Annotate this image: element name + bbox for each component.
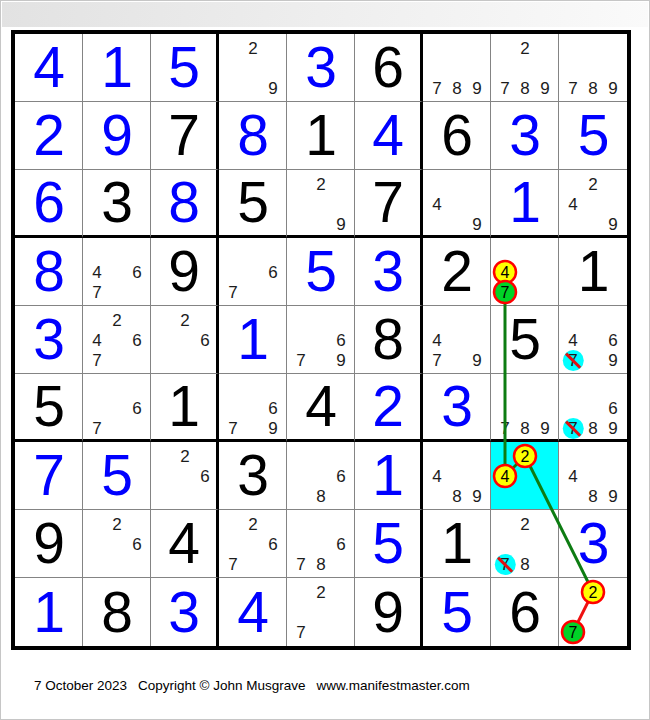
entered-digit: 3 [168,584,199,641]
cell-r7c7[interactable]: 489 [423,442,491,510]
cell-r3c9[interactable]: 249 [559,170,627,238]
cell-r6c9[interactable]: 6789 [559,374,627,442]
cell-r8c1[interactable]: 9 [15,510,83,578]
cell-r3c4[interactable]: 5 [219,170,287,238]
candidate: 9 [472,80,481,97]
candidate: 7 [92,420,101,437]
entered-digit: 3 [372,243,403,300]
footer: 7 October 2023 Copyright © John Musgrave… [34,678,470,693]
given-digit: 5 [509,311,540,368]
cell-r1c8[interactable]: 2789 [491,34,559,102]
footer-copyright: Copyright © John Musgrave [138,678,306,693]
candidate: 2 [520,516,529,533]
cell-r8c2[interactable]: 26 [83,510,151,578]
candidate: 8 [452,488,461,505]
cell-r4c9[interactable]: 1 [559,238,627,306]
candidate: 2 [112,516,121,533]
candidate: 6 [200,332,209,349]
cell-r8c7[interactable]: 1 [423,510,491,578]
cell-r8c6[interactable]: 5 [355,510,423,578]
cell-r4c7[interactable]: 2 [423,238,491,306]
cell-r2c2[interactable]: 9 [83,102,151,170]
candidate: 2 [316,176,325,193]
candidate: 6 [200,468,209,485]
entered-digit: 8 [33,243,64,300]
candidate: 8 [520,420,529,437]
candidate: 2 [316,584,325,601]
entered-digit: 2 [372,378,403,435]
candidate: 4 [568,332,577,349]
cell-r7c9[interactable]: 489 [559,442,627,510]
cell-r2c3[interactable]: 7 [151,102,219,170]
cell-r9c9[interactable] [559,578,627,646]
entered-digit: 3 [441,378,472,435]
cell-r2c1[interactable]: 2 [15,102,83,170]
cell-r4c4[interactable]: 67 [219,238,287,306]
cell-r9c4[interactable]: 4 [219,578,287,646]
entered-digit: 4 [372,107,403,164]
cell-r6c5[interactable]: 4 [287,374,355,442]
cell-r4c6[interactable]: 3 [355,238,423,306]
cell-r1c7[interactable]: 789 [423,34,491,102]
candidate: 4 [432,196,441,213]
given-digit: 3 [101,174,132,231]
entered-digit: 5 [578,107,609,164]
candidate: 6 [608,332,617,349]
entered-digit: 3 [509,107,540,164]
candidate: 2 [112,312,121,329]
given-digit: 9 [372,584,403,641]
entered-digit: 4 [33,39,64,96]
cell-r8c3[interactable]: 4 [151,510,219,578]
candidate: 4 [92,332,101,349]
cell-r1c9[interactable]: 789 [559,34,627,102]
candidate: 2 [180,312,189,329]
candidate: 9 [540,80,549,97]
given-digit: 1 [168,378,199,435]
candidate: 7 [500,420,509,437]
entered-digit: 6 [33,174,64,231]
cell-r5c7[interactable]: 479 [423,306,491,374]
given-digit: 5 [33,378,64,435]
cell-r2c9[interactable]: 5 [559,102,627,170]
candidate: 9 [336,216,345,233]
cell-r4c5[interactable]: 5 [287,238,355,306]
cell-r3c2[interactable]: 3 [83,170,151,238]
candidate: 6 [268,536,277,553]
candidate: 9 [608,80,617,97]
cell-r2c7[interactable]: 6 [423,102,491,170]
candidate: 9 [268,80,277,97]
sudoku-board: 4152936789278978929781463563852974912498… [11,30,631,650]
candidate: 9 [472,352,481,369]
entered-digit: 3 [33,311,64,368]
candidate: 4 [432,332,441,349]
candidate: 9 [608,352,617,369]
entered-digit: 5 [168,39,199,96]
candidate: 7 [228,284,237,301]
candidate: 7 [500,80,509,97]
given-digit: 8 [101,584,132,641]
candidate: 2 [520,40,529,57]
cell-r9c5[interactable]: 27 [287,578,355,646]
candidate: 6 [336,468,345,485]
cell-r5c2[interactable]: 2467 [83,306,151,374]
cell-r8c5[interactable]: 678 [287,510,355,578]
candidate: 4 [432,468,441,485]
candidate: 7 [296,624,305,641]
candidate: 6 [132,332,141,349]
candidate: 2 [248,516,257,533]
cell-r2c6[interactable]: 4 [355,102,423,170]
given-digit: 1 [578,243,609,300]
cell-r7c2[interactable]: 5 [83,442,151,510]
cell-r4c2[interactable]: 467 [83,238,151,306]
entered-digit: 8 [237,107,268,164]
candidate: 6 [336,332,345,349]
cell-r3c3[interactable]: 8 [151,170,219,238]
candidate: 7 [432,80,441,97]
cell-r9c6[interactable]: 9 [355,578,423,646]
cell-r9c3[interactable]: 3 [151,578,219,646]
cell-r6c3[interactable]: 1 [151,374,219,442]
cell-r4c3[interactable]: 9 [151,238,219,306]
entered-digit: 8 [168,174,199,231]
cell-r9c8[interactable]: 6 [491,578,559,646]
cell-r7c8[interactable] [491,442,559,510]
given-digit: 6 [372,39,403,96]
cell-r3c8[interactable]: 1 [491,170,559,238]
given-digit: 4 [168,515,199,572]
entered-digit: 1 [101,39,132,96]
entered-digit: 5 [372,515,403,572]
entered-digit: 1 [509,174,540,231]
candidate: 7 [228,556,237,573]
candidate: 6 [132,400,141,417]
entered-digit: 4 [237,584,268,641]
given-digit: 3 [237,447,268,504]
given-digit: 6 [509,584,540,641]
given-digit: 1 [305,107,336,164]
candidate: 9 [608,420,617,437]
candidate: 9 [608,488,617,505]
cell-r1c5[interactable]: 3 [287,34,355,102]
given-digit: 7 [372,174,403,231]
cell-r3c1[interactable]: 6 [15,170,83,238]
entered-digit: 1 [33,584,64,641]
candidate: 8 [520,80,529,97]
cell-r3c5[interactable]: 29 [287,170,355,238]
cell-r6c7[interactable]: 3 [423,374,491,442]
candidate: 7 [92,284,101,301]
candidate: 8 [316,556,325,573]
entered-digit: 9 [101,107,132,164]
cell-r1c6[interactable]: 6 [355,34,423,102]
entered-digit: 7 [33,447,64,504]
given-digit: 7 [168,107,199,164]
title-bar [2,2,648,28]
candidate: 7 [228,420,237,437]
candidate: 8 [588,488,597,505]
entered-digit: 5 [305,243,336,300]
candidate: 6 [608,400,617,417]
cell-r3c6[interactable]: 7 [355,170,423,238]
given-digit: 9 [168,243,199,300]
given-digit: 6 [441,107,472,164]
candidate: 8 [588,80,597,97]
candidate: 4 [568,196,577,213]
cell-r4c1[interactable]: 8 [15,238,83,306]
candidate: 7 [92,352,101,369]
given-digit: 5 [237,174,268,231]
cell-r5c3[interactable]: 26 [151,306,219,374]
cell-r9c2[interactable]: 8 [83,578,151,646]
footer-date: 7 October 2023 [34,678,127,693]
entered-digit: 5 [101,447,132,504]
candidate-eliminated: 7 [568,420,577,437]
candidate: 9 [268,420,277,437]
cell-r2c5[interactable]: 1 [287,102,355,170]
cell-r1c3[interactable]: 5 [151,34,219,102]
given-digit: 1 [441,515,472,572]
cell-r5c1[interactable]: 3 [15,306,83,374]
candidate-eliminated: 7 [500,556,509,573]
candidate: 7 [296,556,305,573]
candidate: 4 [568,468,577,485]
cell-r7c6[interactable]: 1 [355,442,423,510]
given-digit: 4 [305,378,336,435]
candidate: 6 [268,400,277,417]
entered-digit: 1 [372,447,403,504]
candidate: 7 [296,352,305,369]
cell-r7c4[interactable]: 3 [219,442,287,510]
candidate: 6 [268,264,277,281]
candidate: 9 [336,352,345,369]
cell-r6c4[interactable]: 679 [219,374,287,442]
cell-r2c8[interactable]: 3 [491,102,559,170]
cell-r9c7[interactable]: 5 [423,578,491,646]
entered-digit: 5 [441,584,472,641]
cell-r7c3[interactable]: 26 [151,442,219,510]
page-frame: 4152936789278978929781463563852974912498… [0,0,650,720]
candidate: 6 [132,536,141,553]
candidate: 7 [568,80,577,97]
candidate: 9 [472,488,481,505]
candidate: 2 [588,176,597,193]
candidate: 7 [432,352,441,369]
candidate: 9 [540,420,549,437]
candidate-eliminated: 7 [568,352,577,369]
cell-r5c8[interactable]: 5 [491,306,559,374]
cell-r6c6[interactable]: 2 [355,374,423,442]
candidate: 2 [180,448,189,465]
cell-r8c9[interactable]: 3 [559,510,627,578]
entered-digit: 3 [305,39,336,96]
entered-digit: 1 [237,311,268,368]
cell-r7c1[interactable]: 7 [15,442,83,510]
footer-website: www.manifestmaster.com [317,678,470,693]
cell-r6c1[interactable]: 5 [15,374,83,442]
given-digit: 9 [33,515,64,572]
cell-r7c5[interactable]: 68 [287,442,355,510]
cell-r5c9[interactable]: 4679 [559,306,627,374]
given-digit: 2 [441,243,472,300]
cell-r1c4[interactable]: 29 [219,34,287,102]
cell-r5c5[interactable]: 679 [287,306,355,374]
candidate: 8 [452,80,461,97]
cell-r6c8[interactable]: 789 [491,374,559,442]
cell-r5c4[interactable]: 1 [219,306,287,374]
cell-r4c8[interactable] [491,238,559,306]
cell-r8c8[interactable]: 278 [491,510,559,578]
candidate: 4 [92,264,101,281]
candidate: 6 [336,536,345,553]
cell-r1c1[interactable]: 4 [15,34,83,102]
cell-r8c4[interactable]: 267 [219,510,287,578]
cell-r6c2[interactable]: 67 [83,374,151,442]
cell-r9c1[interactable]: 1 [15,578,83,646]
cell-r3c7[interactable]: 49 [423,170,491,238]
candidate: 6 [132,264,141,281]
candidate: 8 [588,420,597,437]
candidate: 8 [316,488,325,505]
candidate: 8 [520,556,529,573]
cell-r5c6[interactable]: 8 [355,306,423,374]
candidate: 9 [472,216,481,233]
cell-r1c2[interactable]: 1 [83,34,151,102]
candidate: 2 [248,40,257,57]
entered-digit: 2 [33,107,64,164]
candidate: 9 [608,216,617,233]
cell-r2c4[interactable]: 8 [219,102,287,170]
entered-digit: 3 [578,515,609,572]
given-digit: 8 [372,311,403,368]
